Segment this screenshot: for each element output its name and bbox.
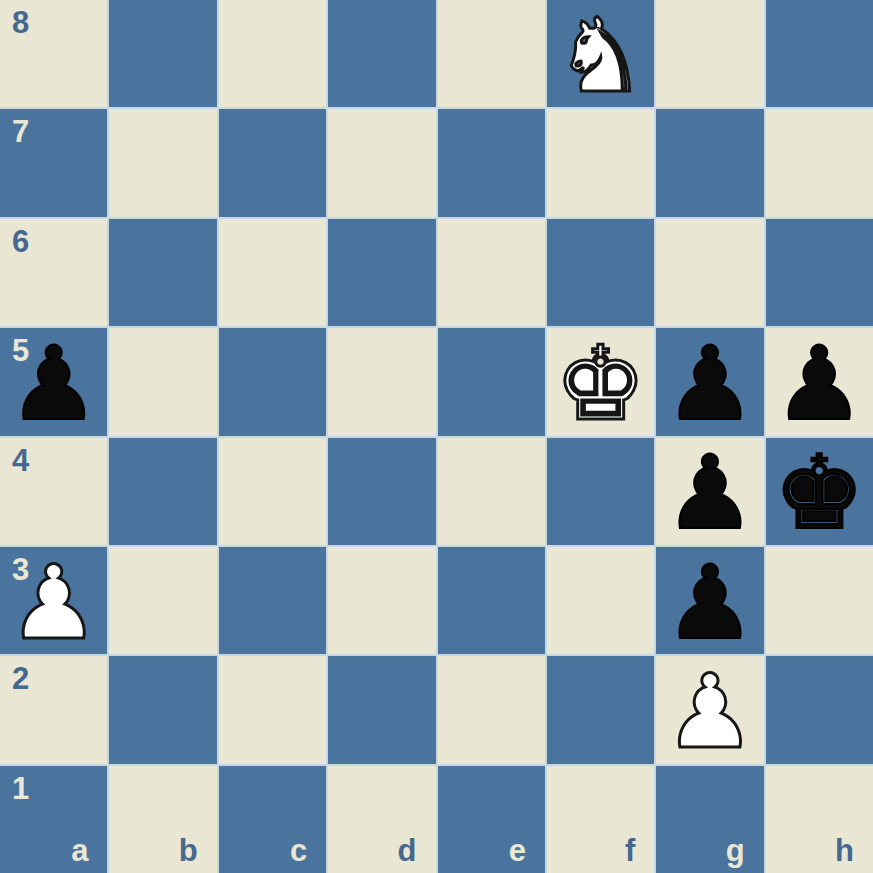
- square-h4[interactable]: ♚: [766, 438, 873, 545]
- square-d7[interactable]: [328, 109, 435, 216]
- square-a5[interactable]: 5♟: [0, 328, 107, 435]
- square-a8[interactable]: 8: [0, 0, 107, 107]
- square-e6[interactable]: [438, 219, 545, 326]
- square-e4[interactable]: [438, 438, 545, 545]
- square-f7[interactable]: [547, 109, 654, 216]
- square-e8[interactable]: [438, 0, 545, 107]
- square-b4[interactable]: [109, 438, 216, 545]
- square-h5[interactable]: ♟: [766, 328, 873, 435]
- square-f8[interactable]: ♞: [547, 0, 654, 107]
- square-d3[interactable]: [328, 547, 435, 654]
- file-label-h: h: [835, 835, 854, 866]
- piece-black-pawn[interactable]: ♟: [664, 333, 755, 435]
- square-e2[interactable]: [438, 656, 545, 763]
- file-label-e: e: [509, 835, 526, 866]
- square-e1[interactable]: e: [438, 766, 545, 873]
- piece-black-pawn[interactable]: ♟: [8, 333, 99, 435]
- file-label-f: f: [625, 835, 635, 866]
- piece-white-pawn[interactable]: ♟: [664, 661, 755, 763]
- piece-white-knight[interactable]: ♞: [555, 5, 646, 107]
- square-a6[interactable]: 6: [0, 219, 107, 326]
- square-h1[interactable]: h: [766, 766, 873, 873]
- square-d5[interactable]: [328, 328, 435, 435]
- square-g3[interactable]: ♟: [656, 547, 763, 654]
- square-f2[interactable]: [547, 656, 654, 763]
- square-c3[interactable]: [219, 547, 326, 654]
- square-g1[interactable]: g: [656, 766, 763, 873]
- square-h3[interactable]: [766, 547, 873, 654]
- file-label-b: b: [179, 835, 198, 866]
- square-a7[interactable]: 7: [0, 109, 107, 216]
- rank-label-2: 2: [12, 663, 29, 694]
- rank-label-7: 7: [12, 116, 29, 147]
- square-g5[interactable]: ♟: [656, 328, 763, 435]
- square-f6[interactable]: [547, 219, 654, 326]
- square-e5[interactable]: [438, 328, 545, 435]
- rank-label-1: 1: [12, 773, 29, 804]
- square-g4[interactable]: ♟: [656, 438, 763, 545]
- rank-label-8: 8: [12, 7, 29, 38]
- square-c7[interactable]: [219, 109, 326, 216]
- piece-black-pawn[interactable]: ♟: [774, 333, 865, 435]
- square-e3[interactable]: [438, 547, 545, 654]
- square-d1[interactable]: d: [328, 766, 435, 873]
- piece-black-pawn[interactable]: ♟: [664, 552, 755, 654]
- rank-label-4: 4: [12, 445, 29, 476]
- square-b3[interactable]: [109, 547, 216, 654]
- piece-white-king[interactable]: ♚: [555, 333, 646, 435]
- square-f1[interactable]: f: [547, 766, 654, 873]
- square-d6[interactable]: [328, 219, 435, 326]
- square-b1[interactable]: b: [109, 766, 216, 873]
- square-f5[interactable]: ♚: [547, 328, 654, 435]
- file-label-c: c: [290, 835, 307, 866]
- square-c5[interactable]: [219, 328, 326, 435]
- square-c8[interactable]: [219, 0, 326, 107]
- piece-black-king[interactable]: ♚: [774, 442, 865, 544]
- square-f4[interactable]: [547, 438, 654, 545]
- file-label-g: g: [726, 835, 745, 866]
- square-a2[interactable]: 2: [0, 656, 107, 763]
- square-a1[interactable]: 1a: [0, 766, 107, 873]
- square-c2[interactable]: [219, 656, 326, 763]
- square-a3[interactable]: 3♟: [0, 547, 107, 654]
- square-h7[interactable]: [766, 109, 873, 216]
- file-label-a: a: [71, 835, 88, 866]
- square-g7[interactable]: [656, 109, 763, 216]
- square-h6[interactable]: [766, 219, 873, 326]
- square-g6[interactable]: [656, 219, 763, 326]
- square-c6[interactable]: [219, 219, 326, 326]
- square-d2[interactable]: [328, 656, 435, 763]
- rank-label-6: 6: [12, 226, 29, 257]
- file-label-d: d: [398, 835, 417, 866]
- square-f3[interactable]: [547, 547, 654, 654]
- square-b8[interactable]: [109, 0, 216, 107]
- square-e7[interactable]: [438, 109, 545, 216]
- square-h8[interactable]: [766, 0, 873, 107]
- square-c4[interactable]: [219, 438, 326, 545]
- piece-white-pawn[interactable]: ♟: [8, 552, 99, 654]
- square-h2[interactable]: [766, 656, 873, 763]
- square-g2[interactable]: ♟: [656, 656, 763, 763]
- chess-board-app: 8♞765♟♚♟♟4♟♚3♟♟2♟1abcdefgh: [0, 0, 873, 873]
- square-b2[interactable]: [109, 656, 216, 763]
- piece-black-pawn[interactable]: ♟: [664, 442, 755, 544]
- square-d4[interactable]: [328, 438, 435, 545]
- chess-board: 8♞765♟♚♟♟4♟♚3♟♟2♟1abcdefgh: [0, 0, 873, 873]
- square-b6[interactable]: [109, 219, 216, 326]
- square-a4[interactable]: 4: [0, 438, 107, 545]
- square-b5[interactable]: [109, 328, 216, 435]
- square-d8[interactable]: [328, 0, 435, 107]
- square-c1[interactable]: c: [219, 766, 326, 873]
- square-b7[interactable]: [109, 109, 216, 216]
- square-g8[interactable]: [656, 0, 763, 107]
